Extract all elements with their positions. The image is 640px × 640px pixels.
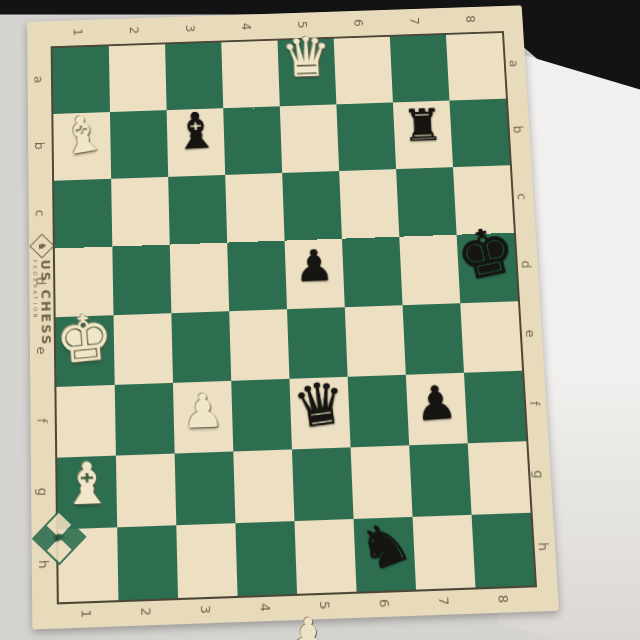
square-g5[interactable]	[292, 447, 354, 521]
coord-label-bottom-6: 6	[371, 572, 398, 634]
square-f3[interactable]: ♟	[173, 381, 233, 454]
chess-board: 12345678 12345678 abcdefgh abcdefgh ♞ US…	[27, 5, 559, 629]
square-f6[interactable]	[348, 375, 410, 448]
coord-label-right-g: g	[503, 461, 575, 487]
coord-label-top-7: 7	[402, 0, 428, 48]
square-d7[interactable]	[399, 235, 460, 306]
square-e2[interactable]	[114, 313, 173, 385]
square-d4[interactable]	[227, 241, 287, 312]
coord-label-right-b: b	[483, 117, 553, 141]
coord-label-top-6: 6	[346, 0, 372, 50]
square-g3[interactable]	[175, 451, 236, 525]
black-pawn-d5[interactable]: ♟	[294, 244, 335, 288]
coord-label-right-d: d	[491, 252, 562, 277]
coord-label-right-f: f	[499, 391, 571, 417]
board-grid: ♛♝♝♜♟♚♚♟♛♟♝♞	[51, 31, 537, 604]
square-b4[interactable]	[223, 106, 282, 175]
square-b2[interactable]	[110, 110, 168, 179]
photo-scene: 12345678 12345678 abcdefgh abcdefgh ♞ US…	[0, 0, 640, 640]
coord-label-bottom-4: 4	[252, 577, 279, 639]
square-g6[interactable]	[351, 445, 413, 519]
uschess-logo-subtitle: FEDERATION	[32, 260, 38, 347]
knight-icon: ♞	[37, 241, 47, 250]
black-pawn-f7[interactable]: ♟	[414, 378, 459, 427]
coord-label-left-c: c	[5, 201, 74, 226]
square-c5[interactable]	[282, 171, 342, 241]
square-c6[interactable]	[339, 169, 399, 239]
square-c2[interactable]	[111, 177, 170, 247]
coord-label-bottom-2: 2	[134, 581, 160, 640]
square-e7[interactable]	[403, 303, 464, 375]
black-queen-f5[interactable]: ♛	[290, 372, 350, 437]
square-e4[interactable]	[229, 309, 289, 381]
uschess-knight-diamond-icon: ♞	[29, 234, 54, 259]
coord-label-right-c: c	[487, 184, 557, 209]
coord-label-bottom-7: 7	[431, 570, 459, 632]
coord-label-right-h: h	[507, 533, 580, 559]
black-rook-b7[interactable]: ♜	[401, 103, 443, 148]
board-margin: 12345678 12345678 abcdefgh abcdefgh ♞ US…	[27, 5, 559, 629]
uschess-logo-title: US CHESS	[39, 259, 53, 346]
coord-label-bottom-1: 1	[74, 583, 100, 640]
square-e6[interactable]	[345, 305, 406, 377]
coord-label-left-g: g	[7, 479, 78, 505]
square-d6[interactable]	[342, 237, 403, 308]
black-bishop-b3[interactable]: ♝	[171, 105, 220, 157]
square-g7[interactable]	[409, 443, 471, 517]
captured-white-piece-bottom-edge: ♟	[286, 612, 331, 640]
square-b7[interactable]: ♜	[393, 101, 453, 170]
coord-label-left-b: b	[5, 134, 74, 158]
square-d3[interactable]	[170, 243, 229, 314]
square-g4[interactable]	[233, 449, 294, 523]
coord-label-top-3: 3	[179, 1, 204, 56]
coord-label-top-1: 1	[67, 5, 91, 60]
square-b3[interactable]: ♝	[167, 108, 226, 177]
coord-label-left-a: a	[5, 68, 73, 92]
coord-label-top-5: 5	[290, 0, 315, 52]
square-b5[interactable]	[280, 104, 339, 173]
square-f5[interactable]: ♛	[289, 377, 350, 450]
square-f4[interactable]	[231, 379, 292, 452]
square-c3[interactable]	[168, 175, 227, 245]
coord-label-bottom-3: 3	[193, 579, 219, 640]
square-e3[interactable]	[171, 311, 231, 383]
coord-label-bottom-8: 8	[490, 568, 518, 630]
square-d2[interactable]	[112, 245, 171, 316]
coord-label-right-e: e	[495, 321, 566, 346]
square-f2[interactable]	[115, 383, 175, 456]
white-pawn-f3[interactable]: ♟	[182, 387, 225, 435]
knight-icon: ♞	[51, 530, 66, 544]
coord-label-top-4: 4	[235, 0, 260, 54]
coord-label-right-a: a	[479, 52, 548, 76]
square-c7[interactable]	[396, 167, 457, 237]
coord-label-top-8: 8	[458, 0, 484, 47]
uschess-logo: ♞ US CHESS FEDERATION	[30, 237, 55, 386]
coord-label-top-2: 2	[123, 3, 147, 58]
square-b6[interactable]	[336, 102, 396, 171]
black-knight-h6[interactable]: ♞	[350, 510, 418, 582]
square-c4[interactable]	[225, 173, 284, 243]
square-d5[interactable]: ♟	[285, 239, 345, 310]
square-g2[interactable]	[116, 454, 176, 528]
coord-label-left-f: f	[7, 408, 78, 434]
square-f7[interactable]: ♟	[406, 373, 468, 446]
